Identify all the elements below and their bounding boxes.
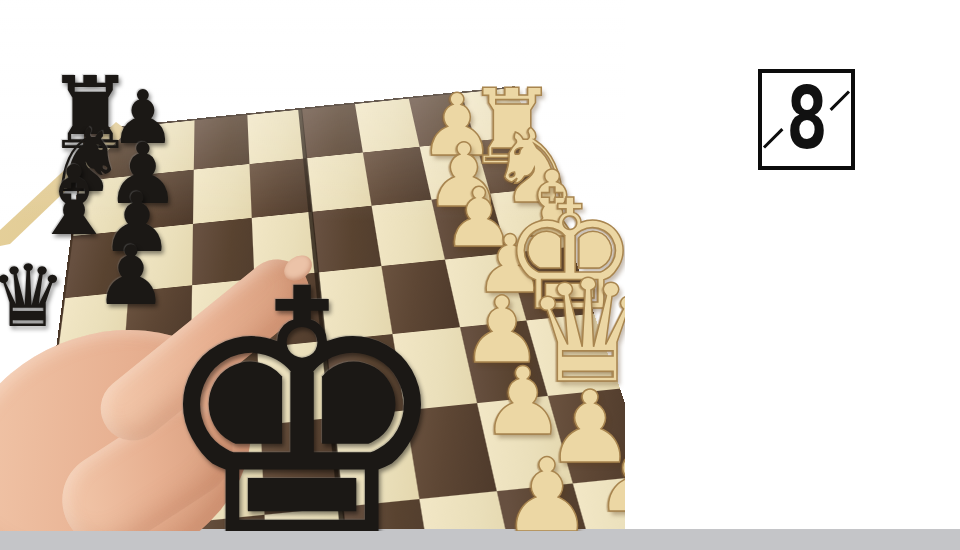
black-king: ♚ bbox=[150, 245, 455, 531]
white-pawn: ♟ bbox=[501, 445, 592, 531]
board-square bbox=[192, 164, 252, 224]
board-square bbox=[34, 440, 118, 531]
chessboard-photo: ♜♟♞♟♝♟♟♛♚♟♜♟♞♟♝♟♚♟♛♟♟♟♟ bbox=[0, 0, 625, 531]
product-photo-canvas: ♜♟♞♟♝♟♟♛♚♟♜♟♞♟♝♟♚♟♛♟♟♟♟ 8 bbox=[0, 0, 960, 550]
size-badge: 8 bbox=[758, 69, 855, 170]
badge-diagonal-bottom-left-icon bbox=[763, 128, 784, 149]
board-square bbox=[46, 361, 124, 447]
black-queen: ♛ bbox=[0, 253, 67, 339]
board-square bbox=[248, 110, 307, 164]
board-square bbox=[301, 104, 362, 158]
board-square bbox=[193, 115, 249, 169]
badge-diagonal-top-right-icon bbox=[830, 90, 851, 111]
board-square bbox=[250, 158, 312, 218]
white-pawn: ♟ bbox=[594, 428, 625, 526]
board-square bbox=[306, 152, 371, 212]
bottom-gray-bar bbox=[0, 529, 960, 550]
badge-number: 8 bbox=[785, 68, 827, 168]
